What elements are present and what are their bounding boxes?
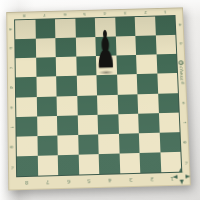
square-g7[interactable] (37, 135, 58, 155)
square-a6[interactable] (55, 19, 75, 39)
square-a5[interactable] (75, 18, 95, 38)
rank-label: 4 (98, 10, 112, 15)
square-b2[interactable] (135, 36, 156, 56)
black-pawn[interactable]: ♟ (95, 26, 117, 74)
square-e1[interactable] (158, 93, 179, 113)
ornament-pawn-icon: ♟ (184, 173, 190, 179)
square-a3[interactable] (115, 17, 136, 37)
square-h6[interactable] (58, 155, 79, 176)
rank-label: 3 (122, 175, 139, 186)
square-h7[interactable] (37, 155, 58, 176)
rank-label: 5 (78, 11, 92, 16)
square-c4[interactable]: ♟ (96, 56, 117, 76)
square-g1[interactable] (159, 132, 180, 152)
square-f5[interactable] (77, 114, 98, 134)
brand-logo-icon (178, 60, 183, 65)
rank-label: 4 (101, 176, 118, 187)
square-g4[interactable] (98, 134, 119, 154)
square-e5[interactable] (77, 95, 98, 115)
square-f1[interactable] (158, 112, 179, 132)
square-h8[interactable] (17, 156, 38, 177)
square-g5[interactable] (78, 134, 99, 154)
square-a1[interactable] (155, 16, 176, 36)
square-f3[interactable] (118, 113, 139, 133)
chess-board-mat: ♟ 87654321 87654321 abcdefgh abcdefgh ch… (6, 7, 191, 190)
square-c3[interactable] (116, 55, 137, 75)
square-e8[interactable] (16, 97, 37, 117)
ornament-pawn-icon: ♟ (172, 174, 178, 180)
brand-mark: chess (177, 60, 188, 120)
square-c7[interactable] (36, 57, 56, 77)
square-e2[interactable] (137, 93, 158, 113)
square-a2[interactable] (135, 17, 156, 37)
ornament-pawn-icon: ♟ (178, 179, 184, 185)
square-g3[interactable] (118, 133, 139, 153)
square-b1[interactable] (155, 35, 176, 55)
rank-label: 7 (39, 177, 56, 188)
rank-label: 2 (138, 9, 152, 14)
corner-ornament: ♟ ♟ ♟ ♟ (172, 167, 190, 184)
square-c1[interactable] (156, 54, 177, 74)
rank-label: 8 (18, 178, 35, 189)
square-h2[interactable] (140, 152, 161, 173)
square-d3[interactable] (117, 74, 138, 94)
square-f8[interactable] (16, 116, 37, 136)
square-d6[interactable] (56, 76, 77, 96)
rank-label: 1 (158, 9, 172, 14)
square-c8[interactable] (16, 58, 36, 78)
square-f6[interactable] (57, 115, 78, 135)
photo-scene: ♟ 87654321 87654321 abcdefgh abcdefgh ch… (0, 0, 200, 200)
square-e7[interactable] (36, 96, 57, 116)
square-a7[interactable] (35, 19, 55, 39)
square-c5[interactable] (76, 56, 97, 76)
ornament-pawn-icon: ♟ (178, 168, 184, 174)
square-b7[interactable] (35, 38, 55, 58)
square-e6[interactable] (57, 95, 78, 115)
square-b5[interactable] (75, 37, 96, 57)
rank-label: 6 (58, 12, 72, 17)
square-d5[interactable] (76, 76, 97, 96)
square-b6[interactable] (55, 38, 75, 58)
square-f2[interactable] (138, 113, 159, 133)
rank-label: 5 (81, 176, 98, 187)
rank-label: 6 (60, 177, 77, 188)
rank-label: 7 (37, 12, 51, 17)
square-g2[interactable] (139, 132, 160, 152)
square-g6[interactable] (57, 135, 78, 155)
square-h3[interactable] (119, 153, 140, 174)
square-h4[interactable] (99, 153, 120, 174)
rank-label: 3 (118, 10, 132, 15)
square-b8[interactable] (15, 39, 35, 59)
square-h5[interactable] (78, 154, 99, 175)
square-d1[interactable] (157, 73, 178, 93)
board-grid: ♟ (14, 15, 182, 177)
square-c6[interactable] (56, 57, 77, 77)
square-d7[interactable] (36, 77, 57, 97)
rank-label: 8 (17, 13, 31, 18)
square-d2[interactable] (137, 74, 158, 94)
square-c2[interactable] (136, 55, 157, 75)
square-a8[interactable] (15, 20, 35, 40)
square-e4[interactable] (97, 94, 118, 114)
square-e3[interactable] (117, 94, 138, 114)
rank-label: 2 (143, 175, 160, 186)
square-d8[interactable] (16, 77, 36, 97)
square-b3[interactable] (115, 36, 136, 56)
brand-text: chess (179, 66, 185, 80)
square-f4[interactable] (98, 114, 119, 134)
square-f7[interactable] (37, 116, 58, 136)
square-g8[interactable] (17, 136, 38, 156)
